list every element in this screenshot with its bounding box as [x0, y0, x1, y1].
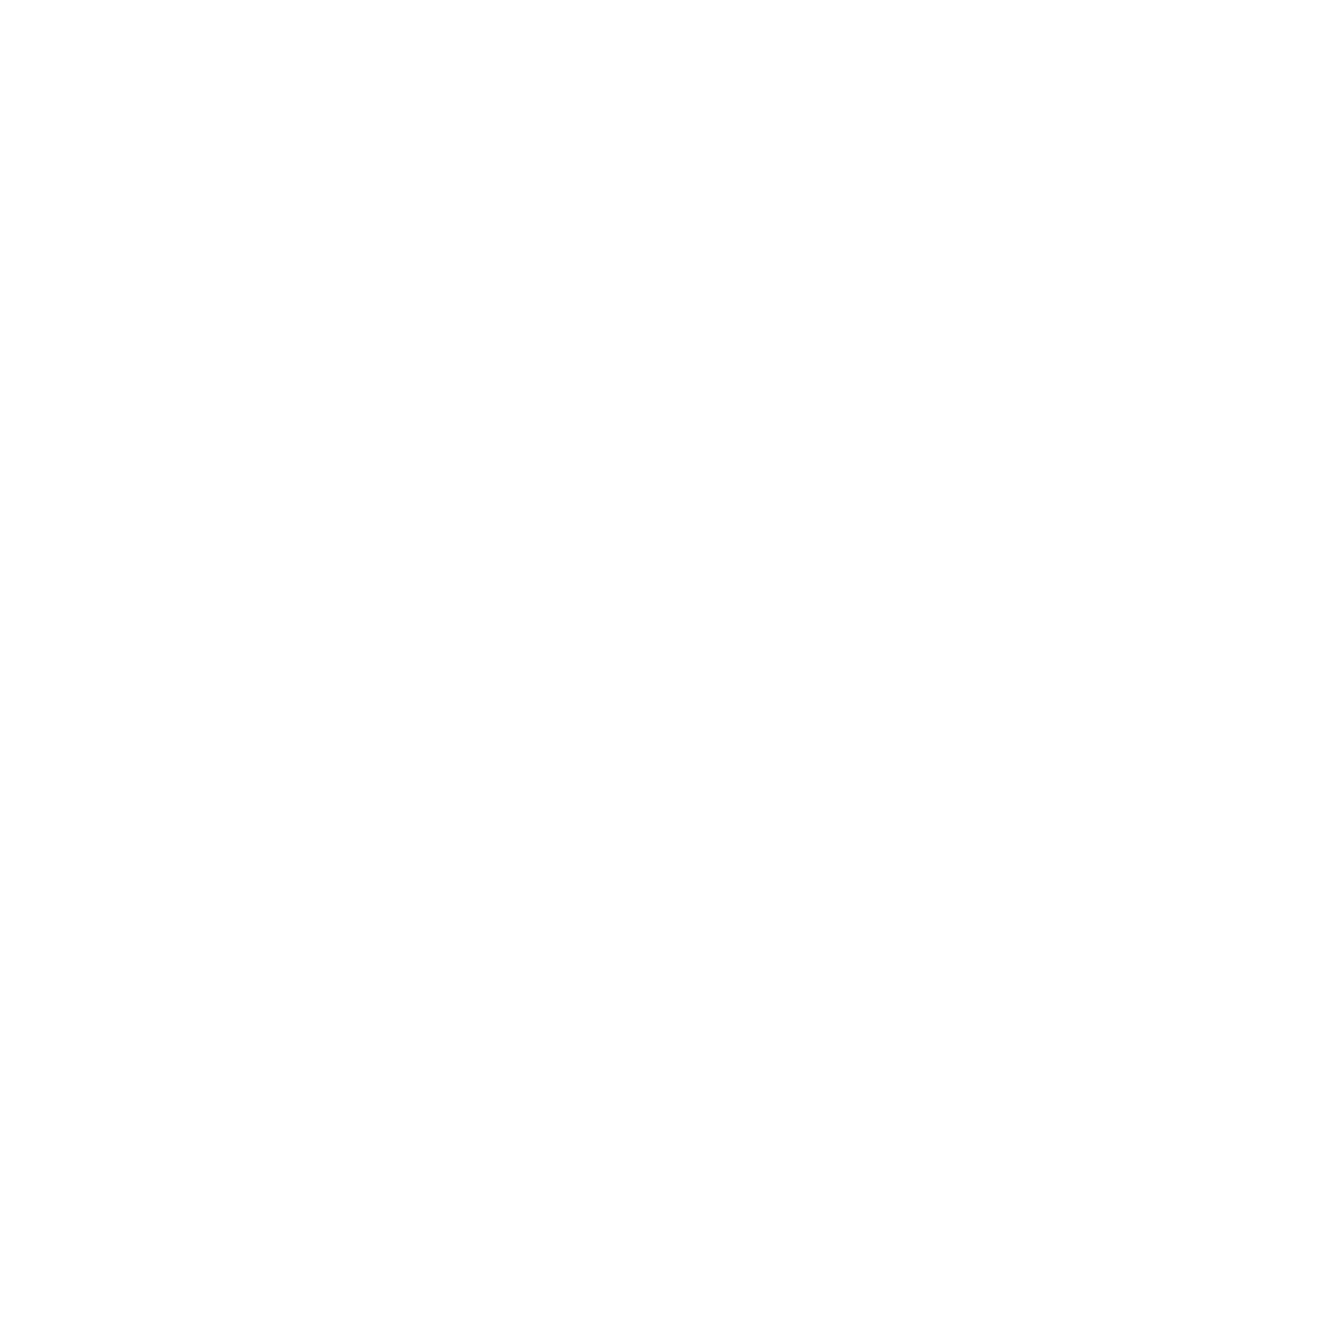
product-photo	[0, 0, 1326, 1326]
